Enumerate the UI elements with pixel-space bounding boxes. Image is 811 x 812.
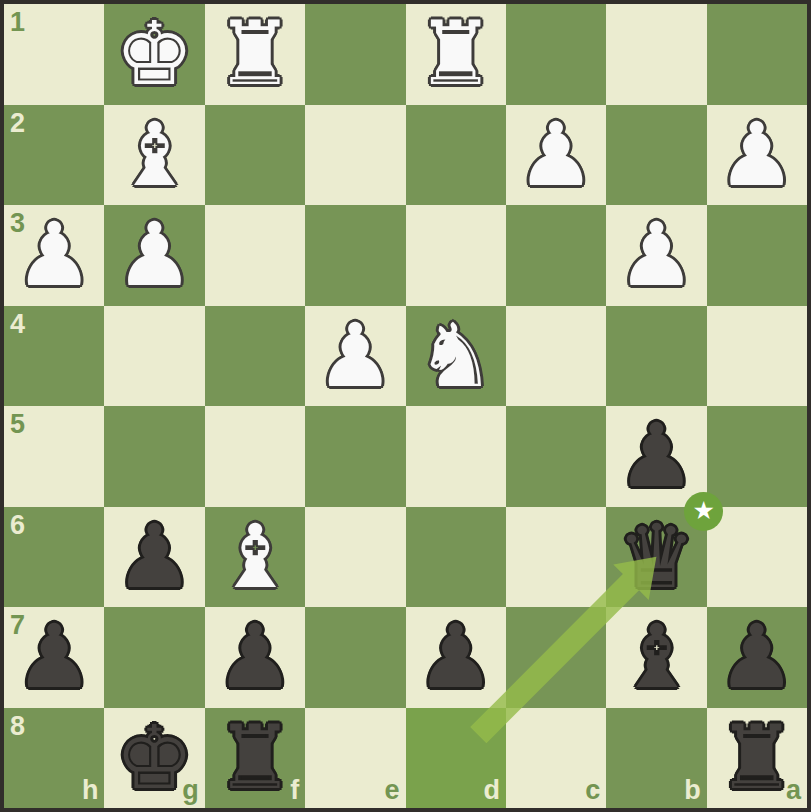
rank-label-4: 4: [10, 311, 25, 338]
black-king[interactable]: ♚: [104, 708, 204, 809]
file-label-b: b: [684, 777, 701, 804]
square-g2[interactable]: ♝: [104, 105, 204, 206]
square-a3[interactable]: [707, 205, 807, 306]
square-f4[interactable]: [205, 306, 305, 407]
square-h5[interactable]: 5: [4, 406, 104, 507]
black-pawn[interactable]: ♟: [4, 607, 104, 708]
square-b7[interactable]: ♝: [606, 607, 706, 708]
square-a1[interactable]: [707, 4, 807, 105]
white-pawn[interactable]: ♟: [305, 306, 405, 407]
white-pawn[interactable]: ♟: [104, 205, 204, 306]
square-b6[interactable]: ♛: [606, 507, 706, 608]
square-f6[interactable]: ♝: [205, 507, 305, 608]
rank-label-2: 2: [10, 110, 25, 137]
square-c7[interactable]: [506, 607, 606, 708]
file-label-d: d: [483, 777, 500, 804]
square-g8[interactable]: g♚: [104, 708, 204, 809]
square-c1[interactable]: [506, 4, 606, 105]
white-bishop[interactable]: ♝: [104, 105, 204, 206]
square-c6[interactable]: [506, 507, 606, 608]
square-a6[interactable]: [707, 507, 807, 608]
rank-label-6: 6: [10, 512, 25, 539]
file-label-e: e: [384, 777, 399, 804]
square-b3[interactable]: ♟: [606, 205, 706, 306]
chess-board-frame: 1♚♜♜2♝♟♟3♟♟♟4♟♞5♟6♟♝♛7♟♟♟♝♟8hg♚f♜edcba♜ …: [0, 0, 811, 812]
rank-label-5: 5: [10, 411, 25, 438]
square-b8[interactable]: b: [606, 708, 706, 809]
white-rook[interactable]: ♜: [205, 4, 305, 105]
square-e4[interactable]: ♟: [305, 306, 405, 407]
square-h1[interactable]: 1: [4, 4, 104, 105]
square-h6[interactable]: 6: [4, 507, 104, 608]
square-b1[interactable]: [606, 4, 706, 105]
square-e2[interactable]: [305, 105, 405, 206]
square-d3[interactable]: [406, 205, 506, 306]
square-g1[interactable]: ♚: [104, 4, 204, 105]
square-d6[interactable]: [406, 507, 506, 608]
black-pawn[interactable]: ♟: [606, 406, 706, 507]
square-e6[interactable]: [305, 507, 405, 608]
white-pawn[interactable]: ♟: [506, 105, 606, 206]
black-pawn[interactable]: ♟: [205, 607, 305, 708]
square-f1[interactable]: ♜: [205, 4, 305, 105]
square-g3[interactable]: ♟: [104, 205, 204, 306]
white-pawn[interactable]: ♟: [707, 105, 807, 206]
square-e8[interactable]: e: [305, 708, 405, 809]
rank-label-8: 8: [10, 713, 25, 740]
square-h2[interactable]: 2: [4, 105, 104, 206]
square-c2[interactable]: ♟: [506, 105, 606, 206]
black-bishop[interactable]: ♝: [606, 607, 706, 708]
square-h8[interactable]: 8h: [4, 708, 104, 809]
square-e7[interactable]: [305, 607, 405, 708]
file-label-c: c: [585, 777, 600, 804]
square-g5[interactable]: [104, 406, 204, 507]
square-f5[interactable]: [205, 406, 305, 507]
square-c3[interactable]: [506, 205, 606, 306]
square-f2[interactable]: [205, 105, 305, 206]
square-h4[interactable]: 4: [4, 306, 104, 407]
white-rook[interactable]: ♜: [406, 4, 506, 105]
black-rook[interactable]: ♜: [205, 708, 305, 809]
square-h3[interactable]: 3♟: [4, 205, 104, 306]
square-d7[interactable]: ♟: [406, 607, 506, 708]
white-pawn[interactable]: ♟: [4, 205, 104, 306]
square-c5[interactable]: [506, 406, 606, 507]
square-d4[interactable]: ♞: [406, 306, 506, 407]
white-king[interactable]: ♚: [104, 4, 204, 105]
square-e5[interactable]: [305, 406, 405, 507]
square-d5[interactable]: [406, 406, 506, 507]
square-g4[interactable]: [104, 306, 204, 407]
square-d2[interactable]: [406, 105, 506, 206]
file-label-h: h: [82, 777, 99, 804]
square-d8[interactable]: d: [406, 708, 506, 809]
black-pawn[interactable]: ♟: [707, 607, 807, 708]
black-rook[interactable]: ♜: [707, 708, 807, 809]
square-h7[interactable]: 7♟: [4, 607, 104, 708]
square-f3[interactable]: [205, 205, 305, 306]
square-c8[interactable]: c: [506, 708, 606, 809]
square-a2[interactable]: ♟: [707, 105, 807, 206]
black-queen[interactable]: ♛: [606, 507, 706, 608]
square-a5[interactable]: [707, 406, 807, 507]
white-bishop[interactable]: ♝: [205, 507, 305, 608]
black-pawn[interactable]: ♟: [104, 507, 204, 608]
square-e1[interactable]: [305, 4, 405, 105]
black-pawn[interactable]: ♟: [406, 607, 506, 708]
rank-label-1: 1: [10, 9, 25, 36]
chess-board[interactable]: 1♚♜♜2♝♟♟3♟♟♟4♟♞5♟6♟♝♛7♟♟♟♝♟8hg♚f♜edcba♜: [4, 4, 807, 808]
square-b4[interactable]: [606, 306, 706, 407]
square-b5[interactable]: ♟: [606, 406, 706, 507]
square-a7[interactable]: ♟: [707, 607, 807, 708]
square-a8[interactable]: a♜: [707, 708, 807, 809]
white-knight[interactable]: ♞: [406, 306, 506, 407]
square-c4[interactable]: [506, 306, 606, 407]
square-a4[interactable]: [707, 306, 807, 407]
square-g6[interactable]: ♟: [104, 507, 204, 608]
square-e3[interactable]: [305, 205, 405, 306]
square-f7[interactable]: ♟: [205, 607, 305, 708]
square-b2[interactable]: [606, 105, 706, 206]
square-f8[interactable]: f♜: [205, 708, 305, 809]
white-pawn[interactable]: ♟: [606, 205, 706, 306]
square-g7[interactable]: [104, 607, 204, 708]
square-d1[interactable]: ♜: [406, 4, 506, 105]
